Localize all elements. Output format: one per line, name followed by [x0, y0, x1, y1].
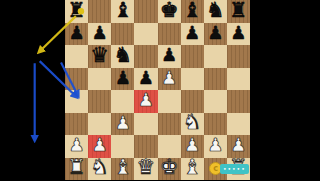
square-d2[interactable]: [134, 135, 157, 158]
square-a8[interactable]: ♜: [65, 0, 88, 23]
square-f6[interactable]: [181, 45, 204, 68]
white-bishop[interactable]: ♝: [113, 157, 132, 178]
square-d4[interactable]: ♟: [134, 90, 157, 113]
black-bishop[interactable]: ♝: [113, 0, 132, 21]
square-c8[interactable]: ♝: [111, 0, 134, 23]
black-pawn[interactable]: ♟: [92, 24, 108, 42]
square-d7[interactable]: [134, 23, 157, 46]
white-pawn[interactable]: ♟: [92, 136, 108, 154]
square-f3[interactable]: ♞: [181, 113, 204, 136]
square-f8[interactable]: ♝: [181, 0, 204, 23]
square-b4[interactable]: [88, 90, 111, 113]
square-a1[interactable]: ♜: [65, 158, 88, 181]
black-pawn[interactable]: ♟: [230, 24, 246, 42]
square-e5[interactable]: ♟: [158, 68, 181, 91]
square-f2[interactable]: ♟: [181, 135, 204, 158]
black-rook[interactable]: ♜: [67, 0, 86, 21]
square-a5[interactable]: [65, 68, 88, 91]
square-e6[interactable]: ♟: [158, 45, 181, 68]
square-d1[interactable]: ♛: [134, 158, 157, 181]
black-pawn[interactable]: ♟: [207, 24, 223, 42]
square-h7[interactable]: ♟: [227, 23, 250, 46]
black-knight[interactable]: ♞: [206, 0, 225, 21]
square-b6[interactable]: ♛: [88, 45, 111, 68]
black-bishop[interactable]: ♝: [183, 0, 202, 21]
white-knight[interactable]: ♞: [183, 112, 202, 133]
square-b2[interactable]: ♟: [88, 135, 111, 158]
square-b7[interactable]: ♟: [88, 23, 111, 46]
square-e1[interactable]: ♚: [158, 158, 181, 181]
white-pawn[interactable]: ♟: [184, 136, 200, 154]
square-f7[interactable]: ♟: [181, 23, 204, 46]
square-g4[interactable]: [204, 90, 227, 113]
square-c4[interactable]: [111, 90, 134, 113]
square-g3[interactable]: [204, 113, 227, 136]
square-g5[interactable]: [204, 68, 227, 91]
black-pawn[interactable]: ♟: [68, 24, 84, 42]
square-e8[interactable]: ♚: [158, 0, 181, 23]
square-b5[interactable]: [88, 68, 111, 91]
white-pawn[interactable]: ♟: [161, 69, 177, 87]
square-e2[interactable]: [158, 135, 181, 158]
square-c6[interactable]: ♞: [111, 45, 134, 68]
square-h6[interactable]: [227, 45, 250, 68]
white-pawn[interactable]: ♟: [138, 91, 154, 109]
letterbox-left: [0, 0, 65, 180]
square-f4[interactable]: [181, 90, 204, 113]
white-pawn[interactable]: ♟: [68, 136, 84, 154]
square-e4[interactable]: [158, 90, 181, 113]
white-pawn[interactable]: ♟: [207, 136, 223, 154]
square-c2[interactable]: [111, 135, 134, 158]
chess-board[interactable]: ♜♝♚♝♞♜♟♟♟♟♟♛♞♟♟♟♟♟♟♞♟♟♟♟♟♜♞♝♛♚♝♜: [65, 0, 250, 180]
black-pawn[interactable]: ♟: [138, 69, 154, 87]
square-d3[interactable]: [134, 113, 157, 136]
square-g6[interactable]: [204, 45, 227, 68]
black-knight[interactable]: ♞: [113, 45, 132, 66]
square-d8[interactable]: [134, 0, 157, 23]
square-c7[interactable]: [111, 23, 134, 46]
square-h4[interactable]: [227, 90, 250, 113]
black-queen[interactable]: ♛: [90, 45, 109, 66]
square-d5[interactable]: ♟: [134, 68, 157, 91]
square-h3[interactable]: [227, 113, 250, 136]
square-a7[interactable]: ♟: [65, 23, 88, 46]
black-pawn[interactable]: ♟: [115, 69, 131, 87]
square-h8[interactable]: ♜: [227, 0, 250, 23]
white-bishop[interactable]: ♝: [183, 157, 202, 178]
square-b3[interactable]: [88, 113, 111, 136]
square-h5[interactable]: [227, 68, 250, 91]
white-knight[interactable]: ♞: [90, 157, 109, 178]
black-pawn[interactable]: ♟: [161, 46, 177, 64]
square-a3[interactable]: [65, 113, 88, 136]
white-pawn[interactable]: ♟: [230, 136, 246, 154]
square-c5[interactable]: ♟: [111, 68, 134, 91]
square-c3[interactable]: ♟: [111, 113, 134, 136]
square-b8[interactable]: [88, 0, 111, 23]
square-h2[interactable]: ♟: [227, 135, 250, 158]
square-f5[interactable]: [181, 68, 204, 91]
square-a6[interactable]: [65, 45, 88, 68]
black-rook[interactable]: ♜: [229, 0, 248, 21]
square-b1[interactable]: ♞: [88, 158, 111, 181]
white-rook[interactable]: ♜: [67, 157, 86, 178]
black-pawn[interactable]: ♟: [184, 24, 200, 42]
square-c1[interactable]: ♝: [111, 158, 134, 181]
white-pawn[interactable]: ♟: [115, 114, 131, 132]
square-g8[interactable]: ♞: [204, 0, 227, 23]
square-a2[interactable]: ♟: [65, 135, 88, 158]
white-king[interactable]: ♚: [160, 157, 179, 178]
video-frame: ♜♝♚♝♞♜♟♟♟♟♟♛♞♟♟♟♟♟♟♞♟♟♟♟♟♜♞♝♛♚♝♜ c •••••: [0, 0, 320, 180]
square-g2[interactable]: ♟: [204, 135, 227, 158]
white-queen[interactable]: ♛: [137, 157, 156, 178]
square-g7[interactable]: ♟: [204, 23, 227, 46]
square-f1[interactable]: ♝: [181, 158, 204, 181]
black-king[interactable]: ♚: [160, 0, 179, 21]
square-d6[interactable]: [134, 45, 157, 68]
channel-watermark: c •••••: [209, 162, 249, 175]
square-e7[interactable]: [158, 23, 181, 46]
square-a4[interactable]: [65, 90, 88, 113]
watermark-banner: •••••: [220, 164, 249, 174]
letterbox-right: [250, 0, 320, 180]
square-e3[interactable]: [158, 113, 181, 136]
